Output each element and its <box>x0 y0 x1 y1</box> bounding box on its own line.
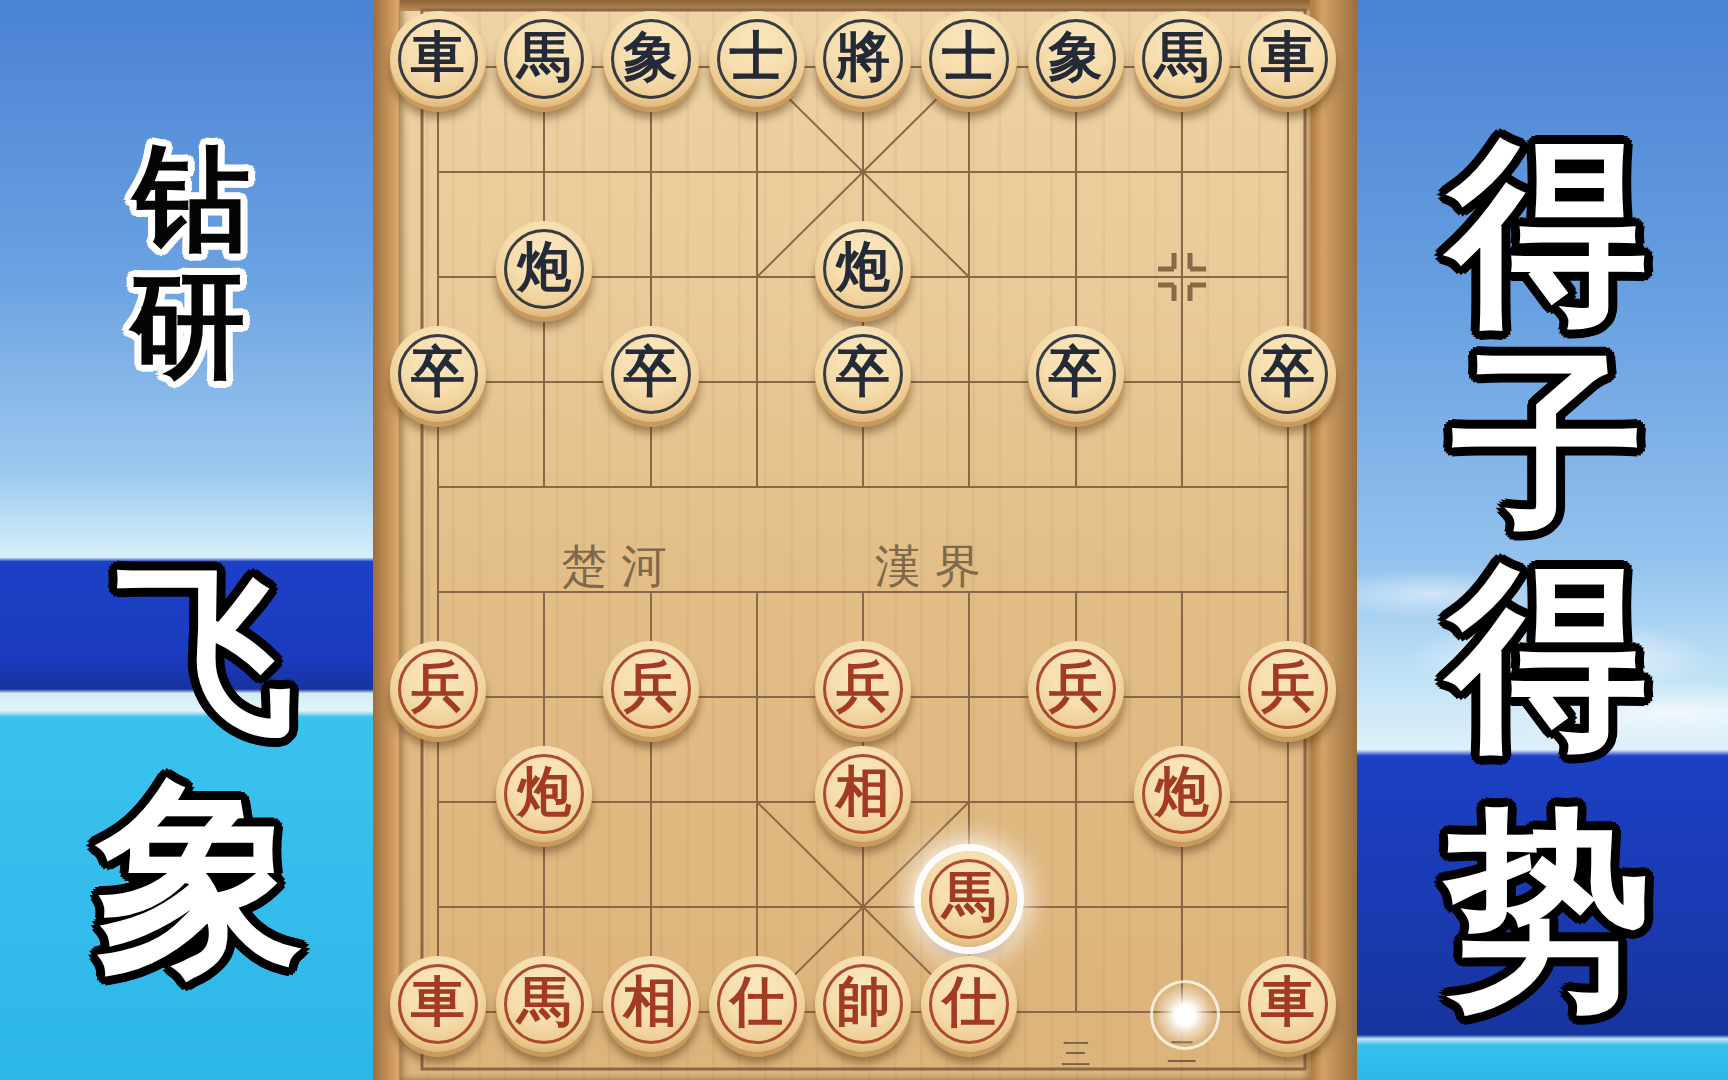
caption-char: 子 <box>1452 347 1644 539</box>
piece-glyph: 車 <box>411 30 465 84</box>
piece-glyph: 車 <box>411 975 465 1029</box>
piece-glyph: 馬 <box>942 870 996 924</box>
piece-glyph: 馬 <box>1155 30 1209 84</box>
piece-red[interactable]: 馬 <box>496 956 592 1052</box>
piece-black[interactable]: 士 <box>921 11 1017 107</box>
caption-char: 钻 <box>134 140 250 256</box>
piece-glyph: 炮 <box>517 240 571 294</box>
piece-red[interactable]: 車 <box>390 956 486 1052</box>
piece-glyph: 馬 <box>517 30 571 84</box>
piece-glyph: 兵 <box>836 660 890 714</box>
piece-glyph: 兵 <box>624 660 678 714</box>
piece-black[interactable]: 炮 <box>496 221 592 317</box>
piece-glyph: 士 <box>730 30 784 84</box>
piece-black[interactable]: 士 <box>709 11 805 107</box>
piece-red[interactable]: 相 <box>815 746 911 842</box>
piece-black[interactable]: 馬 <box>1134 11 1230 107</box>
piece-red[interactable]: 車 <box>1240 956 1336 1052</box>
piece-glyph: 士 <box>942 30 996 84</box>
piece-glyph: 仕 <box>942 975 996 1029</box>
piece-black[interactable]: 車 <box>390 11 486 107</box>
piece-glyph: 相 <box>624 975 678 1029</box>
caption-char: 象 <box>96 774 304 982</box>
piece-black[interactable]: 車 <box>1240 11 1336 107</box>
piece-glyph: 兵 <box>1261 660 1315 714</box>
piece-glyph: 馬 <box>517 975 571 1029</box>
river-text-left: 楚河 <box>561 539 681 593</box>
file-label-3: 三 <box>1054 1034 1098 1075</box>
piece-glyph: 象 <box>624 30 678 84</box>
piece-red[interactable]: 兵 <box>1028 641 1124 737</box>
piece-glyph: 卒 <box>624 345 678 399</box>
piece-red[interactable]: 相 <box>603 956 699 1052</box>
caption-char: 飞 <box>117 563 295 741</box>
piece-black[interactable]: 卒 <box>390 326 486 422</box>
piece-red[interactable]: 帥 <box>815 956 911 1052</box>
piece-glyph: 卒 <box>1261 345 1315 399</box>
river-text-right: 漢界 <box>875 539 995 593</box>
piece-red[interactable]: 炮 <box>496 746 592 842</box>
move-origin-marker <box>1150 980 1220 1050</box>
piece-glyph: 兵 <box>411 660 465 714</box>
piece-glyph: 相 <box>836 765 890 819</box>
piece-red[interactable]: 仕 <box>709 956 805 1052</box>
board-grid: 楚河 漢界 <box>373 0 1357 1080</box>
piece-red[interactable]: 馬 <box>921 851 1017 947</box>
piece-black[interactable]: 卒 <box>603 326 699 422</box>
piece-black[interactable]: 馬 <box>496 11 592 107</box>
piece-black[interactable]: 象 <box>1028 11 1124 107</box>
piece-glyph: 車 <box>1261 975 1315 1029</box>
piece-glyph: 象 <box>1049 30 1103 84</box>
piece-black[interactable]: 卒 <box>815 326 911 422</box>
piece-glyph: 炮 <box>1155 765 1209 819</box>
piece-glyph: 帥 <box>836 975 890 1029</box>
piece-red[interactable]: 仕 <box>921 956 1017 1052</box>
piece-glyph: 車 <box>1261 30 1315 84</box>
caption-char: 得 <box>1448 132 1648 332</box>
piece-red[interactable]: 炮 <box>1134 746 1230 842</box>
game-screen: 钻 研 飞 象 得 子 得 势 <box>0 0 1728 1080</box>
piece-black[interactable]: 卒 <box>1028 326 1124 422</box>
piece-glyph: 仕 <box>730 975 784 1029</box>
caption-char: 势 <box>1444 806 1652 1014</box>
piece-glyph: 卒 <box>411 345 465 399</box>
piece-glyph: 將 <box>836 30 890 84</box>
caption-char: 得 <box>1448 557 1648 757</box>
caption-char: 研 <box>130 267 246 383</box>
piece-glyph: 卒 <box>1049 345 1103 399</box>
piece-glyph: 卒 <box>836 345 890 399</box>
piece-black[interactable]: 象 <box>603 11 699 107</box>
piece-glyph: 兵 <box>1049 660 1103 714</box>
piece-black[interactable]: 卒 <box>1240 326 1336 422</box>
piece-red[interactable]: 兵 <box>815 641 911 737</box>
piece-black[interactable]: 將 <box>815 11 911 107</box>
piece-red[interactable]: 兵 <box>603 641 699 737</box>
xiangqi-board[interactable]: 楚河 漢界 三 二 車馬象士將士象馬車炮炮卒卒卒卒卒兵兵兵兵兵炮相炮馬車馬相仕帥… <box>373 0 1357 1080</box>
piece-red[interactable]: 兵 <box>390 641 486 737</box>
piece-red[interactable]: 兵 <box>1240 641 1336 737</box>
piece-glyph: 炮 <box>836 240 890 294</box>
piece-black[interactable]: 炮 <box>815 221 911 317</box>
piece-glyph: 炮 <box>517 765 571 819</box>
